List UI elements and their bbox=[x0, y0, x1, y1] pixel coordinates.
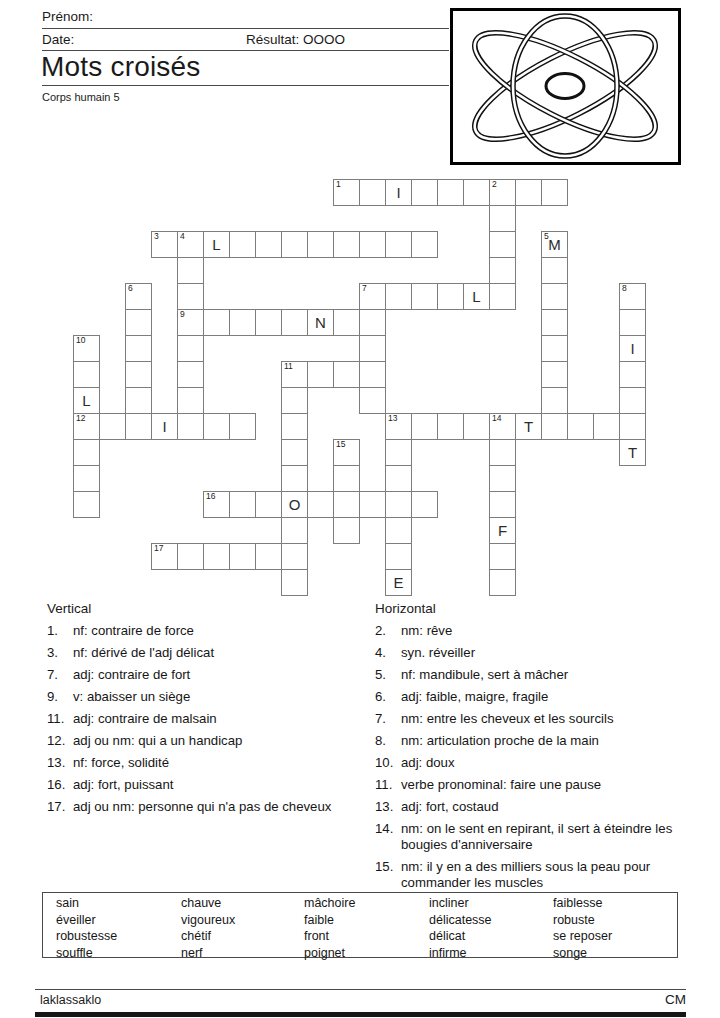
grid-cell-r12c7[interactable] bbox=[255, 491, 282, 518]
grid-cell-r8c8[interactable] bbox=[281, 387, 308, 414]
word-bank-item: faiblesse bbox=[553, 896, 677, 913]
grid-cell-r12c5[interactable]: 16 bbox=[203, 491, 230, 518]
clue-text: nf: force, solidité bbox=[73, 755, 369, 771]
horizontal-clue-4: 4.syn. réveiller bbox=[375, 645, 697, 661]
grid-cell-r9c12[interactable]: 13 bbox=[385, 413, 412, 440]
resultat-label: Résultat: OOOO bbox=[246, 32, 345, 47]
grid-cell-r0c16[interactable]: 2 bbox=[489, 179, 516, 206]
grid-cell-r8c2[interactable] bbox=[125, 387, 152, 414]
word-bank-item: délicatesse bbox=[429, 913, 553, 930]
clue-text: nf: dérivé de l'adj délicat bbox=[73, 645, 369, 661]
clue-text: adj ou nm: qui a un handicap bbox=[73, 733, 369, 749]
grid-cell-r3c18[interactable] bbox=[541, 257, 568, 284]
grid-cell-r9c3: I bbox=[151, 413, 178, 440]
clue-number-12: 12 bbox=[76, 413, 85, 423]
grid-cell-r2c11[interactable] bbox=[359, 231, 386, 258]
grid-cell-r5c21[interactable] bbox=[619, 309, 646, 336]
grid-cell-r12c0[interactable] bbox=[73, 491, 100, 518]
grid-cell-r0c17[interactable] bbox=[515, 179, 542, 206]
clue-number-15: 15 bbox=[336, 439, 345, 449]
grid-cell-r13c16: F bbox=[489, 517, 516, 544]
grid-cell-r11c10[interactable] bbox=[333, 465, 360, 492]
grid-cell-r7c8[interactable]: 11 bbox=[281, 361, 308, 388]
grid-cell-r7c9[interactable] bbox=[307, 361, 334, 388]
grid-cell-r7c2[interactable] bbox=[125, 361, 152, 388]
word-bank-item: front bbox=[304, 929, 429, 946]
vertical-clue-11: 11.adj: contraire de malsain bbox=[47, 711, 369, 727]
grid-cell-r14c5[interactable] bbox=[203, 543, 230, 570]
grid-cell-r9c16[interactable]: 14 bbox=[489, 413, 516, 440]
word-bank-item: nerf bbox=[181, 946, 304, 963]
grid-cell-r9c5[interactable] bbox=[203, 413, 230, 440]
grid-cell-r9c15[interactable] bbox=[463, 413, 490, 440]
grid-cell-r2c16[interactable] bbox=[489, 231, 516, 258]
grid-cell-r8c4[interactable] bbox=[177, 387, 204, 414]
clue-num-label: 7. bbox=[47, 667, 73, 683]
clue-text: nf: mandibule, sert à mâcher bbox=[401, 667, 697, 683]
clue-num-label: 1. bbox=[47, 623, 73, 639]
grid-cell-r12c11[interactable] bbox=[359, 491, 386, 518]
grid-cell-r9c6[interactable] bbox=[229, 413, 256, 440]
grid-cell-r14c6[interactable] bbox=[229, 543, 256, 570]
grid-cell-r2c10[interactable] bbox=[333, 231, 360, 258]
grid-cell-r10c21: T bbox=[619, 439, 646, 466]
grid-cell-r9c14[interactable] bbox=[437, 413, 464, 440]
horizontal-clues-title: Horizontal bbox=[375, 601, 697, 616]
clue-number-6: 6 bbox=[128, 283, 133, 293]
grid-cell-r8c18[interactable] bbox=[541, 387, 568, 414]
grid-cell-r14c16[interactable] bbox=[489, 543, 516, 570]
grid-cell-r9c1[interactable] bbox=[99, 413, 126, 440]
grid-cell-r7c4[interactable] bbox=[177, 361, 204, 388]
given-letter: I bbox=[162, 418, 166, 435]
clue-num-label: 11. bbox=[375, 777, 401, 793]
grid-cell-r6c2[interactable] bbox=[125, 335, 152, 362]
word-bank-item: éveiller bbox=[56, 913, 181, 930]
word-bank-item: chauve bbox=[181, 896, 304, 913]
horizontal-clue-2: 2.nm: rêve bbox=[375, 623, 697, 639]
given-letter: O bbox=[289, 496, 301, 513]
clue-text: nm: il y en a des milliers sous la peau … bbox=[401, 859, 697, 891]
prenom-label: Prénom: bbox=[42, 9, 93, 24]
grid-cell-r4c21[interactable]: 8 bbox=[619, 283, 646, 310]
word-bank-item: robustesse bbox=[56, 929, 181, 946]
grid-cell-r11c8[interactable] bbox=[281, 465, 308, 492]
footer-level: CM bbox=[586, 992, 686, 1007]
clue-text: v: abaisser un siège bbox=[73, 689, 369, 705]
grid-cell-r9c0[interactable]: 12 bbox=[73, 413, 100, 440]
grid-cell-r10c0[interactable] bbox=[73, 439, 100, 466]
grid-cell-r12c10[interactable] bbox=[333, 491, 360, 518]
grid-cell-r2c13[interactable] bbox=[411, 231, 438, 258]
clue-number-2: 2 bbox=[492, 179, 497, 189]
clue-number-7: 7 bbox=[362, 283, 367, 293]
vertical-clue-17: 17.adj ou nm: personne qui n'a pas de ch… bbox=[47, 799, 369, 815]
clue-text: nm: articulation proche de la main bbox=[401, 733, 697, 749]
grid-cell-r5c9: N bbox=[307, 309, 334, 336]
grid-cell-r6c4[interactable] bbox=[177, 335, 204, 362]
grid-cell-r5c10[interactable] bbox=[333, 309, 360, 336]
grid-cell-r8c21[interactable] bbox=[619, 387, 646, 414]
horizontal-clue-10: 10.adj: doux bbox=[375, 755, 697, 771]
word-bank-item: vigoureux bbox=[181, 913, 304, 930]
title-underline bbox=[42, 85, 449, 86]
grid-cell-r5c7[interactable] bbox=[255, 309, 282, 336]
grid-cell-r13c8[interactable] bbox=[281, 517, 308, 544]
grid-cell-r4c14[interactable] bbox=[437, 283, 464, 310]
grid-cell-r4c13[interactable] bbox=[411, 283, 438, 310]
grid-cell-r0c11[interactable] bbox=[359, 179, 386, 206]
clue-text: adj ou nm: personne qui n'a pas de cheve… bbox=[73, 799, 369, 815]
clue-text: syn. réveiller bbox=[401, 645, 697, 661]
grid-cell-r15c16[interactable] bbox=[489, 569, 516, 596]
clue-text: nm: on le sent en repirant, il sert à ét… bbox=[401, 821, 697, 853]
prenom-write-line bbox=[42, 28, 449, 29]
grid-cell-r2c9[interactable] bbox=[307, 231, 334, 258]
clue-num-label: 16. bbox=[47, 777, 73, 793]
grid-cell-r12c16[interactable] bbox=[489, 491, 516, 518]
vertical-clue-12: 12.adj ou nm: qui a un handicap bbox=[47, 733, 369, 749]
clue-num-label: 11. bbox=[47, 711, 73, 727]
grid-cell-r3c16[interactable] bbox=[489, 257, 516, 284]
horizontal-clue-14: 14.nm: on le sent en repirant, il sert à… bbox=[375, 821, 697, 853]
grid-cell-r0c18[interactable] bbox=[541, 179, 568, 206]
grid-cell-r0c10[interactable]: 1 bbox=[333, 179, 360, 206]
grid-cell-r7c18[interactable] bbox=[541, 361, 568, 388]
horizontal-clue-8: 8.nm: articulation proche de la main bbox=[375, 733, 697, 749]
grid-cell-r9c19[interactable] bbox=[567, 413, 594, 440]
given-letter: E bbox=[393, 574, 403, 591]
clue-num-label: 13. bbox=[47, 755, 73, 771]
clue-number-13: 13 bbox=[388, 413, 397, 423]
grid-cell-r5c11[interactable] bbox=[359, 309, 386, 336]
clue-text: adj: faible, maigre, fragile bbox=[401, 689, 697, 705]
grid-cell-r12c9[interactable] bbox=[307, 491, 334, 518]
clue-text: adj: fort, puissant bbox=[73, 777, 369, 793]
date-label: Date: bbox=[42, 32, 74, 47]
clue-num-label: 6. bbox=[375, 689, 401, 705]
clue-number-14: 14 bbox=[492, 413, 501, 423]
grid-cell-r2c8[interactable] bbox=[281, 231, 308, 258]
grid-cell-r14c8[interactable] bbox=[281, 543, 308, 570]
word-bank-item: chétif bbox=[181, 929, 304, 946]
grid-cell-r15c8[interactable] bbox=[281, 569, 308, 596]
clue-num-label: 14. bbox=[375, 821, 401, 853]
grid-cell-r9c4[interactable] bbox=[177, 413, 204, 440]
grid-cell-r13c12[interactable] bbox=[385, 517, 412, 544]
given-letter: I bbox=[630, 340, 634, 357]
grid-cell-r12c12[interactable] bbox=[385, 491, 412, 518]
clue-text: nm: rêve bbox=[401, 623, 697, 639]
clue-num-label: 13. bbox=[375, 799, 401, 815]
clue-text: adj: doux bbox=[401, 755, 697, 771]
grid-cell-r6c11[interactable] bbox=[359, 335, 386, 362]
grid-cell-r7c11[interactable] bbox=[359, 361, 386, 388]
grid-cell-r11c12[interactable] bbox=[385, 465, 412, 492]
bottom-bar bbox=[35, 1012, 686, 1017]
clue-number-1: 1 bbox=[336, 179, 341, 189]
grid-cell-r5c5[interactable] bbox=[203, 309, 230, 336]
horizontal-clue-11: 11.verbe pronominal: faire une pause bbox=[375, 777, 697, 793]
clue-num-label: 15. bbox=[375, 859, 401, 891]
given-letter: I bbox=[396, 184, 400, 201]
horizontal-clue-15: 15.nm: il y en a des milliers sous la pe… bbox=[375, 859, 697, 891]
grid-cell-r4c4[interactable] bbox=[177, 283, 204, 310]
grid-cell-r6c18[interactable] bbox=[541, 335, 568, 362]
grid-cell-r11c0[interactable] bbox=[73, 465, 100, 492]
grid-cell-r4c12[interactable] bbox=[385, 283, 412, 310]
grid-cell-r10c8[interactable] bbox=[281, 439, 308, 466]
clue-num-label: 4. bbox=[375, 645, 401, 661]
clue-number-3: 3 bbox=[154, 231, 159, 241]
grid-cell-r9c17: T bbox=[515, 413, 542, 440]
grid-cell-r10c12[interactable] bbox=[385, 439, 412, 466]
vertical-clue-3: 3.nf: dérivé de l'adj délicat bbox=[47, 645, 369, 661]
clue-num-label: 3. bbox=[47, 645, 73, 661]
clue-text: adj: contraire de fort bbox=[73, 667, 369, 683]
grid-cell-r10c10[interactable]: 15 bbox=[333, 439, 360, 466]
grid-cell-r11c16[interactable] bbox=[489, 465, 516, 492]
word-bank-item: sain bbox=[56, 896, 181, 913]
vertical-clues-list: 1.nf: contraire de force3.nf: dérivé de … bbox=[47, 623, 369, 815]
grid-cell-r4c15: L bbox=[463, 283, 490, 310]
grid-cell-r0c12: I bbox=[385, 179, 412, 206]
word-bank-item: se reposer bbox=[553, 929, 677, 946]
grid-cell-r5c8[interactable] bbox=[281, 309, 308, 336]
horizontal-clues-list: 2.nm: rêve4.syn. réveiller5.nf: mandibul… bbox=[375, 623, 697, 891]
grid-cell-r2c12[interactable] bbox=[385, 231, 412, 258]
given-letter: T bbox=[524, 418, 533, 435]
grid-cell-r9c18[interactable] bbox=[541, 413, 568, 440]
grid-cell-r14c12[interactable] bbox=[385, 543, 412, 570]
horizontal-clue-13: 13.adj: fort, costaud bbox=[375, 799, 697, 815]
crossword-grid: 1I234L5M67L89N10I11L12I1314T15T16OF17E bbox=[73, 179, 647, 597]
vertical-clues-section: Vertical 1.nf: contraire de force3.nf: d… bbox=[47, 601, 369, 821]
given-letter: F bbox=[498, 522, 507, 539]
grid-cell-r0c15[interactable] bbox=[463, 179, 490, 206]
grid-cell-r2c18: 5M bbox=[541, 231, 568, 258]
given-letter: L bbox=[82, 392, 90, 409]
grid-cell-r9c13[interactable] bbox=[411, 413, 438, 440]
grid-cell-r2c5: L bbox=[203, 231, 230, 258]
vertical-clue-9: 9.v: abaisser un siège bbox=[47, 689, 369, 705]
clue-num-label: 5. bbox=[375, 667, 401, 683]
word-bank: sainchauvemâchoireinclinerfaiblesseéveil… bbox=[42, 892, 678, 958]
clue-num-label: 12. bbox=[47, 733, 73, 749]
word-bank-item: souffle bbox=[56, 946, 181, 963]
grid-cell-r9c8[interactable] bbox=[281, 413, 308, 440]
grid-cell-r2c7[interactable] bbox=[255, 231, 282, 258]
horizontal-clue-5: 5.nf: mandibule, sert à mâcher bbox=[375, 667, 697, 683]
grid-cell-r6c0[interactable]: 10 bbox=[73, 335, 100, 362]
grid-cell-r3c4[interactable] bbox=[177, 257, 204, 284]
vertical-clue-1: 1.nf: contraire de force bbox=[47, 623, 369, 639]
grid-cell-r15c12: E bbox=[385, 569, 412, 596]
grid-cell-r7c10[interactable] bbox=[333, 361, 360, 388]
given-letter: L bbox=[212, 236, 220, 253]
grid-cell-r14c7[interactable] bbox=[255, 543, 282, 570]
clue-number-9: 9 bbox=[180, 309, 185, 319]
grid-cell-r14c3[interactable]: 17 bbox=[151, 543, 178, 570]
grid-cell-r7c21[interactable] bbox=[619, 361, 646, 388]
grid-cell-r12c8: O bbox=[281, 491, 308, 518]
given-letter: T bbox=[628, 444, 637, 461]
word-bank-item: incliner bbox=[429, 896, 553, 913]
grid-cell-r5c2[interactable] bbox=[125, 309, 152, 336]
clue-text: nf: contraire de force bbox=[73, 623, 369, 639]
vertical-clue-16: 16.adj: fort, puissant bbox=[47, 777, 369, 793]
grid-cell-r14c4[interactable] bbox=[177, 543, 204, 570]
word-bank-item: faible bbox=[304, 913, 429, 930]
clue-text: adj: contraire de malsain bbox=[73, 711, 369, 727]
vertical-clue-7: 7.adj: contraire de fort bbox=[47, 667, 369, 683]
footer-credit: laklassaklo bbox=[40, 993, 101, 1007]
given-letter: M bbox=[548, 236, 561, 253]
grid-cell-r13c10[interactable] bbox=[333, 517, 360, 544]
horizontal-clue-6: 6.adj: faible, maigre, fragile bbox=[375, 689, 697, 705]
clue-number-16: 16 bbox=[206, 491, 215, 501]
grid-cell-r9c20[interactable] bbox=[593, 413, 620, 440]
atom-icon bbox=[453, 11, 678, 162]
word-bank-item: mâchoire bbox=[304, 896, 429, 913]
grid-cell-r2c6[interactable] bbox=[229, 231, 256, 258]
logo-box bbox=[450, 8, 681, 165]
clue-number-10: 10 bbox=[76, 335, 85, 345]
clue-text: verbe pronominal: faire une pause bbox=[401, 777, 697, 793]
grid-cell-r0c13[interactable] bbox=[411, 179, 438, 206]
vertical-clues-title: Vertical bbox=[47, 601, 369, 616]
grid-cell-r0c14[interactable] bbox=[437, 179, 464, 206]
clue-number-11: 11 bbox=[284, 361, 293, 371]
clue-num-label: 10. bbox=[375, 755, 401, 771]
grid-cell-r12c13[interactable] bbox=[411, 491, 438, 518]
grid-cell-r2c4[interactable]: 4 bbox=[177, 231, 204, 258]
given-letter: L bbox=[472, 288, 480, 305]
clue-number-4: 4 bbox=[180, 231, 185, 241]
horizontal-clue-7: 7.nm: entre les cheveux et les sourcils bbox=[375, 711, 697, 727]
clue-text: nm: entre les cheveux et les sourcils bbox=[401, 711, 697, 727]
grid-cell-r9c21[interactable] bbox=[619, 413, 646, 440]
grid-cell-r5c4[interactable]: 9 bbox=[177, 309, 204, 336]
clue-num-label: 9. bbox=[47, 689, 73, 705]
word-bank-item: songe bbox=[553, 946, 677, 963]
grid-cell-r2c3[interactable]: 3 bbox=[151, 231, 178, 258]
grid-cell-r9c2[interactable] bbox=[125, 413, 152, 440]
grid-cell-r4c16[interactable] bbox=[489, 283, 516, 310]
page-subtitle: Corps humain 5 bbox=[42, 91, 120, 103]
grid-cell-r4c18[interactable] bbox=[541, 283, 568, 310]
grid-cell-r10c16[interactable] bbox=[489, 439, 516, 466]
clue-number-8: 8 bbox=[622, 283, 627, 293]
clue-num-label: 8. bbox=[375, 733, 401, 749]
horizontal-clues-section: Horizontal 2.nm: rêve4.syn. réveiller5.n… bbox=[375, 601, 697, 897]
clue-num-label: 7. bbox=[375, 711, 401, 727]
given-letter: N bbox=[315, 314, 326, 331]
word-bank-item: poignet bbox=[304, 946, 429, 963]
word-bank-item: infirme bbox=[429, 946, 553, 963]
grid-cell-r6c21: I bbox=[619, 335, 646, 362]
grid-cell-r5c6[interactable] bbox=[229, 309, 256, 336]
page-title: Mots croisés bbox=[41, 51, 201, 83]
grid-cell-r7c0[interactable] bbox=[73, 361, 100, 388]
grid-cell-r4c11[interactable]: 7 bbox=[359, 283, 386, 310]
vertical-clue-13: 13.nf: force, solidité bbox=[47, 755, 369, 771]
clue-number-5: 5 bbox=[544, 231, 549, 241]
clue-text: adj: fort, costaud bbox=[401, 799, 697, 815]
grid-cell-r8c11[interactable] bbox=[359, 387, 386, 414]
clue-num-label: 2. bbox=[375, 623, 401, 639]
word-bank-item: délicat bbox=[429, 929, 553, 946]
grid-cell-r8c0: L bbox=[73, 387, 100, 414]
grid-cell-r12c6[interactable] bbox=[229, 491, 256, 518]
grid-cell-r5c18[interactable] bbox=[541, 309, 568, 336]
grid-cell-r4c2[interactable]: 6 bbox=[125, 283, 152, 310]
clue-number-17: 17 bbox=[154, 543, 163, 553]
footer-divider bbox=[35, 989, 686, 990]
clue-num-label: 17. bbox=[47, 799, 73, 815]
word-bank-item: robuste bbox=[553, 913, 677, 930]
grid-cell-r1c16[interactable] bbox=[489, 205, 516, 232]
